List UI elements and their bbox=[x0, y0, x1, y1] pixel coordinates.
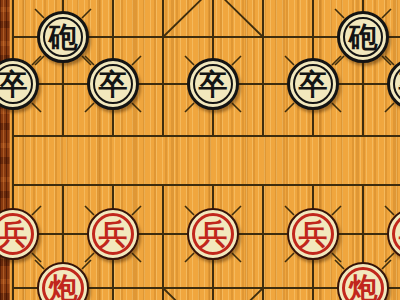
piece-inner-ring: 炮 bbox=[42, 267, 84, 300]
piece-glyph: 兵 bbox=[0, 220, 28, 249]
piece-black-cannon[interactable]: 砲 bbox=[337, 11, 389, 63]
piece-inner-ring: 卒 bbox=[293, 64, 333, 104]
piece-inner-ring: 卒 bbox=[393, 64, 400, 104]
piece-glyph: 卒 bbox=[199, 70, 228, 99]
piece-black-soldier[interactable]: 卒 bbox=[87, 58, 139, 110]
piece-glyph: 兵 bbox=[199, 220, 228, 249]
piece-inner-ring: 卒 bbox=[193, 64, 233, 104]
piece-glyph: 兵 bbox=[99, 220, 128, 249]
piece-inner-ring: 兵 bbox=[0, 213, 34, 255]
piece-inner-ring: 砲 bbox=[343, 17, 383, 57]
piece-glyph: 兵 bbox=[299, 220, 328, 249]
piece-black-cannon[interactable]: 砲 bbox=[37, 11, 89, 63]
piece-inner-ring: 兵 bbox=[392, 213, 400, 255]
piece-glyph: 卒 bbox=[0, 70, 28, 99]
piece-red-soldier[interactable]: 兵 bbox=[87, 208, 139, 260]
piece-red-soldier[interactable]: 兵 bbox=[287, 208, 339, 260]
piece-black-soldier[interactable]: 卒 bbox=[187, 58, 239, 110]
piece-inner-ring: 卒 bbox=[0, 64, 33, 104]
xiangqi-board: 砲砲卒卒卒卒卒兵兵兵兵兵炮炮 bbox=[0, 0, 400, 300]
piece-inner-ring: 兵 bbox=[192, 213, 234, 255]
piece-inner-ring: 砲 bbox=[43, 17, 83, 57]
piece-inner-ring: 兵 bbox=[292, 213, 334, 255]
piece-glyph: 卒 bbox=[99, 70, 128, 99]
piece-glyph: 炮 bbox=[49, 274, 78, 300]
piece-glyph: 炮 bbox=[349, 274, 378, 300]
piece-glyph: 卒 bbox=[299, 70, 328, 99]
piece-glyph: 砲 bbox=[349, 23, 378, 52]
piece-red-soldier[interactable]: 兵 bbox=[187, 208, 239, 260]
piece-inner-ring: 卒 bbox=[93, 64, 133, 104]
piece-inner-ring: 兵 bbox=[92, 213, 134, 255]
piece-inner-ring: 炮 bbox=[342, 267, 384, 300]
piece-glyph: 砲 bbox=[49, 23, 78, 52]
piece-black-soldier[interactable]: 卒 bbox=[287, 58, 339, 110]
